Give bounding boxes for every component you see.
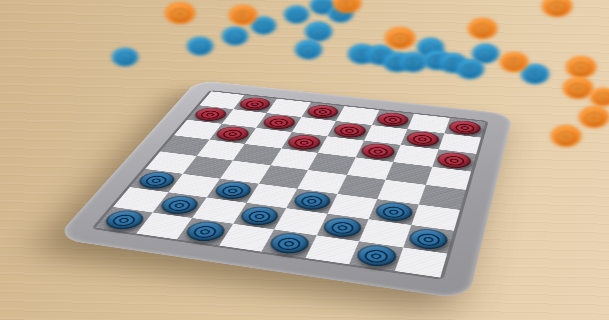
checker-rings-glyph: ◎ [107,211,141,228]
checker-rings-glyph: ◎ [526,66,544,82]
checker-rings-glyph: ◎ [410,132,435,145]
checker-piece-blue-g6[interactable]: ◎ [372,201,415,223]
checker-rings-glyph: ◎ [170,4,190,21]
square-f5[interactable] [337,175,386,199]
checker-rings-glyph: ◎ [556,127,576,144]
checker-rings-glyph: ◎ [226,29,243,44]
square-f7[interactable]: ◎ [316,214,368,241]
square-h5[interactable] [418,185,465,210]
spare-piece-blue[interactable]: ◎ [187,36,213,55]
square-h8[interactable] [394,247,447,277]
checker-rings-glyph: ◎ [288,7,305,21]
checker-rings-glyph: ◎ [365,144,392,158]
spare-piece-orange[interactable]: ◎ [590,87,609,106]
square-e6[interactable]: ◎ [286,188,337,213]
checker-piece-blue-h7[interactable]: ◎ [406,227,450,251]
square-e7[interactable] [274,208,327,235]
checker-piece-blue-a6[interactable]: ◎ [134,170,179,190]
square-a8[interactable]: ◎ [95,207,152,234]
checker-rings-glyph: ◎ [453,121,477,133]
spare-piece-blue[interactable]: ◎ [112,47,138,66]
checker-rings-glyph: ◎ [337,124,363,137]
spare-piece-blue[interactable]: ◎ [295,39,322,59]
spare-piece-orange[interactable]: ◎ [563,77,593,99]
checker-rings-glyph: ◎ [404,54,422,70]
checker-rings-glyph: ◎ [476,46,493,61]
square-e8[interactable]: ◎ [261,229,316,258]
checker-rings-glyph: ◎ [116,50,133,65]
spare-piece-orange[interactable]: ◎ [165,2,195,24]
board-play-area: ◎◎◎◎◎◎◎◎◎◎◎◎◎◎◎◎◎◎◎◎◎◎◎◎ [91,90,489,280]
table-scene: ◎◎◎◎◎◎◎◎◎◎◎◎◎◎◎◎◎◎◎◎◎◎◎◎◎◎◎◎◎◎◎ ◎◎◎◎◎◎◎◎… [0,0,609,320]
checker-piece-blue-g8[interactable]: ◎ [353,243,399,269]
square-g5[interactable] [377,180,425,204]
square-a5[interactable] [146,151,197,173]
square-d6[interactable] [246,183,297,208]
square-a7[interactable] [113,187,168,212]
square-d8[interactable] [219,223,274,251]
checker-rings-glyph: ◎ [381,113,406,125]
checker-rings-glyph: ◎ [338,0,356,11]
checker-rings-glyph: ◎ [219,127,247,140]
checker-rings-glyph: ◎ [255,18,272,32]
spare-piece-blue[interactable]: ◎ [284,5,309,24]
square-g8[interactable]: ◎ [349,241,403,271]
square-f4[interactable] [346,157,393,180]
checker-rings-glyph: ◎ [218,182,249,198]
square-b8[interactable] [136,212,193,239]
checker-rings-glyph: ◎ [472,20,491,36]
checker-rings-glyph: ◎ [309,24,326,39]
checker-rings-glyph: ◎ [242,98,268,109]
checker-rings-glyph: ◎ [594,90,609,105]
checker-piece-blue-b7[interactable]: ◎ [156,194,203,216]
spare-piece-orange[interactable]: ◎ [579,106,609,128]
checkers-board: ◎◎◎◎◎◎◎◎◎◎◎◎◎◎◎◎◎◎◎◎◎◎◎◎ [55,80,513,300]
board-frame: ◎◎◎◎◎◎◎◎◎◎◎◎◎◎◎◎◎◎◎◎◎◎◎◎ [55,80,513,300]
checker-piece-blue-f7[interactable]: ◎ [320,215,365,239]
checker-rings-glyph: ◎ [164,196,196,212]
checker-rings-glyph: ◎ [441,153,467,167]
spare-piece-orange[interactable]: ◎ [566,56,596,78]
checker-rings-glyph: ◎ [547,0,567,15]
spare-piece-orange[interactable]: ◎ [542,0,572,17]
checker-rings-glyph: ◎ [273,234,306,252]
spare-piece-orange[interactable]: ◎ [468,17,497,38]
checker-rings-glyph: ◎ [266,116,293,128]
square-b6[interactable] [168,174,220,198]
checker-rings-glyph: ◎ [584,108,604,125]
checker-rings-glyph: ◎ [361,246,393,265]
board-grid: ◎◎◎◎◎◎◎◎◎◎◎◎◎◎◎◎◎◎◎◎◎◎◎◎ [95,91,485,277]
checker-rings-glyph: ◎ [244,207,276,224]
checker-piece-blue-a8[interactable]: ◎ [100,209,149,232]
square-c8[interactable]: ◎ [177,218,233,246]
checker-piece-blue-e6[interactable]: ◎ [290,190,334,212]
square-f8[interactable] [305,235,359,264]
square-g7[interactable] [359,219,411,247]
checker-rings-glyph: ◎ [571,58,591,75]
square-a6[interactable]: ◎ [130,169,183,193]
checker-piece-blue-d7[interactable]: ◎ [237,205,283,228]
checker-rings-glyph: ◎ [379,203,408,220]
checker-rings-glyph: ◎ [327,218,358,235]
square-e5[interactable] [297,170,346,194]
checker-rings-glyph: ◎ [505,54,523,70]
spare-piece-orange[interactable]: ◎ [385,27,415,49]
square-h7[interactable]: ◎ [403,225,454,253]
checker-rings-glyph: ◎ [141,172,172,187]
checker-piece-blue-e8[interactable]: ◎ [265,231,312,256]
spare-piece-orange[interactable]: ◎ [229,5,257,26]
square-g4[interactable] [386,162,432,185]
checker-rings-glyph: ◎ [197,108,224,120]
checker-rings-glyph: ◎ [291,135,318,148]
square-d7[interactable]: ◎ [233,203,286,229]
spare-piece-orange[interactable]: ◎ [551,125,581,147]
checker-rings-glyph: ◎ [390,29,410,46]
spare-piece-orange[interactable]: ◎ [333,0,361,13]
checker-rings-glyph: ◎ [310,105,336,117]
checker-rings-glyph: ◎ [568,79,588,96]
square-c7[interactable] [192,197,246,223]
checker-rings-glyph: ◎ [191,39,208,54]
square-e4[interactable] [308,153,355,175]
square-g6[interactable]: ◎ [369,199,419,225]
checker-rings-glyph: ◎ [461,61,479,77]
checker-rings-glyph: ◎ [414,229,444,247]
square-b7[interactable]: ◎ [152,192,206,217]
square-h4[interactable] [425,167,471,190]
spare-piece-blue[interactable]: ◎ [222,26,248,45]
square-c6[interactable]: ◎ [207,178,259,202]
checker-rings-glyph: ◎ [299,42,316,57]
square-f6[interactable] [327,194,377,220]
checker-rings-glyph: ◎ [234,7,252,23]
square-h6[interactable] [411,204,460,231]
checker-piece-blue-c8[interactable]: ◎ [181,220,229,244]
spare-piece-blue[interactable]: ◎ [472,43,499,63]
spare-piece-blue[interactable]: ◎ [305,21,332,41]
checker-piece-blue-c6[interactable]: ◎ [210,180,255,201]
checker-rings-glyph: ◎ [189,222,222,240]
spare-piece-orange[interactable]: ◎ [500,52,528,73]
checker-rings-glyph: ◎ [297,192,327,208]
